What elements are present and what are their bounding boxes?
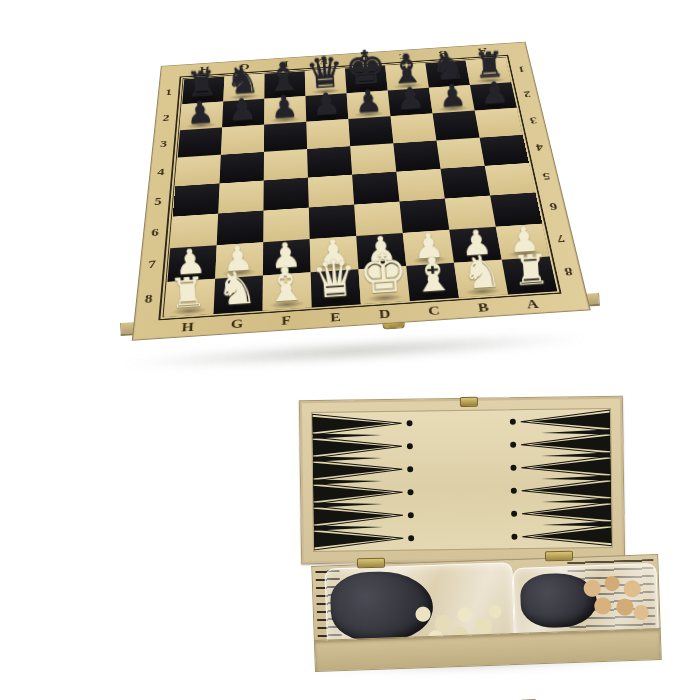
- coordinate-label: 5: [532, 161, 560, 192]
- square: [390, 113, 436, 143]
- coordinate-label: 5: [146, 186, 170, 217]
- square: [352, 172, 399, 205]
- square: ♜: [502, 257, 557, 295]
- coordinate-label: 6: [142, 216, 167, 249]
- square: ♝: [263, 272, 312, 310]
- white-knight: ♞: [215, 264, 258, 312]
- white-bishop: ♝: [263, 259, 308, 309]
- square: [393, 140, 440, 171]
- open-box: [295, 390, 667, 690]
- coordinate-label: G: [212, 314, 262, 335]
- coordinate-label: 7: [546, 221, 576, 255]
- white-rook: ♜: [511, 249, 551, 293]
- coordinate-label: H: [184, 62, 224, 76]
- box-base: [311, 554, 659, 670]
- backgammon-apex-dot: [510, 442, 516, 448]
- backgammon-apex-dot: [511, 511, 517, 517]
- square: [307, 146, 352, 177]
- backgammon-apex-dot: [510, 419, 516, 425]
- coordinate-label: 3: [152, 130, 175, 159]
- coordinate-label: 6: [539, 190, 568, 222]
- square: [308, 175, 354, 208]
- square: [218, 180, 264, 213]
- coordinate-label: 1: [509, 56, 534, 82]
- coordinate-label: A: [507, 294, 560, 315]
- backgammon-apex-dot: [511, 488, 517, 494]
- backgammon-points: [312, 409, 612, 551]
- square: ♜: [164, 279, 215, 318]
- square: ♟: [222, 99, 264, 128]
- black-pawn: ♟: [270, 91, 299, 123]
- backgammon-apex-dot: [407, 420, 413, 426]
- white-king: ♚: [357, 245, 410, 303]
- square: [480, 135, 529, 166]
- hinge-icon: [545, 551, 573, 561]
- coordinate-label: 3: [520, 106, 547, 134]
- square: [396, 169, 444, 202]
- square: ♟: [388, 88, 433, 117]
- latch-keeper-icon: [460, 397, 478, 407]
- square: [433, 111, 480, 141]
- backgammon-apex-dot: [511, 534, 517, 540]
- coordinate-label: 4: [526, 133, 553, 162]
- chessboard-scene: HGFEDCBA HGFEDCBA 12345678 12345678 ♜♞♝♛…: [101, 0, 590, 341]
- backgammon-board: [311, 408, 613, 552]
- black-pawn: ♟: [228, 94, 257, 126]
- coordinate-label: 8: [135, 281, 162, 318]
- square: [264, 149, 308, 180]
- black-pawn: ♟: [438, 80, 467, 112]
- square: [175, 155, 221, 187]
- square: [348, 116, 393, 146]
- coordinate-label: D: [360, 304, 411, 325]
- coordinate-label: 8: [553, 254, 584, 290]
- white-rook: ♜: [168, 272, 208, 316]
- backgammon-apex-dot: [407, 489, 413, 495]
- square: [263, 178, 308, 211]
- white-bishop: ♝: [410, 249, 455, 299]
- hinge-icon: [357, 558, 385, 568]
- square: [220, 152, 264, 184]
- square: [436, 138, 484, 169]
- square: ♟: [429, 85, 475, 113]
- backgammon-apex-dot: [408, 512, 414, 518]
- backgammon-apex-dot: [408, 535, 414, 541]
- box-lid: [299, 396, 625, 565]
- wood-checkers-mass: [580, 572, 654, 630]
- board-grid: ♜♞♝♛♚♝♞♜♟♟♟♟♟♟♟♟♟♟♟♟♟♟♟♟♜♞♝♛♚♝♞♜: [164, 58, 557, 317]
- black-pawn: ♟: [396, 83, 425, 115]
- square: ♞: [214, 276, 263, 314]
- backgammon-apex-dot: [510, 465, 516, 471]
- square: ♝: [406, 263, 459, 301]
- backgammon-apex-dot: [407, 443, 413, 449]
- coordinate-label: 7: [139, 248, 165, 283]
- product-photo-stage: HGFEDCBA HGFEDCBA 12345678 12345678 ♜♞♝♛…: [0, 0, 700, 700]
- square: [485, 163, 536, 196]
- white-knight: ♞: [460, 248, 503, 296]
- square: [264, 122, 307, 152]
- coordinate-label: F: [262, 310, 312, 331]
- square: ♛: [311, 269, 361, 307]
- square: [440, 166, 490, 199]
- black-pawn: ♟: [312, 88, 341, 120]
- square: [350, 143, 396, 174]
- square: ♟: [470, 82, 517, 110]
- square: ♟: [264, 96, 306, 125]
- black-pawn: ♟: [480, 77, 509, 109]
- black-pawn: ♟: [354, 85, 383, 117]
- square: ♞: [454, 260, 508, 298]
- coordinate-label: H: [163, 317, 213, 338]
- square: ♟: [347, 90, 391, 119]
- coordinate-label: B: [458, 297, 510, 318]
- square: [221, 125, 264, 155]
- coordinate-label: E: [311, 307, 361, 328]
- square: ♟: [306, 93, 349, 122]
- black-pawn: ♟: [186, 97, 215, 129]
- square: ♟: [180, 101, 223, 130]
- coordinate-label: 4: [149, 158, 173, 188]
- backgammon-apex-dot: [407, 466, 413, 472]
- square: ♚: [358, 266, 409, 304]
- coordinate-label: C: [409, 301, 460, 322]
- coordinate-label: 1: [158, 80, 180, 106]
- coordinate-label: 2: [514, 81, 540, 108]
- white-queen: ♛: [310, 252, 359, 306]
- square: [475, 108, 523, 138]
- square: [306, 119, 350, 149]
- square: [173, 183, 220, 216]
- coordinate-label: 2: [155, 104, 177, 131]
- square: [178, 127, 222, 157]
- chessboard: HGFEDCBA HGFEDCBA 12345678 12345678 ♜♞♝♛…: [132, 42, 591, 341]
